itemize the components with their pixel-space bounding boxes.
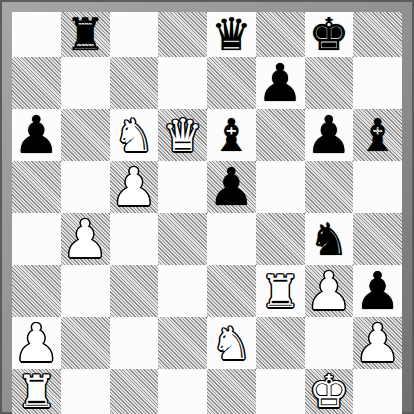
square-e3[interactable] [207, 265, 256, 317]
square-a2[interactable]: ♟ [12, 317, 61, 369]
black-bishop-h6: ♝ [357, 113, 397, 158]
square-b2[interactable] [61, 317, 110, 369]
black-king-g8: ♚ [309, 12, 349, 57]
black-pawn-e5: ♟ [208, 161, 255, 213]
square-h8[interactable] [353, 12, 402, 57]
white-pawn-b4: ♟ [62, 213, 109, 265]
square-a7[interactable] [12, 57, 61, 109]
black-pawn-f7: ♟ [257, 57, 304, 109]
black-bishop-e6: ♝ [211, 113, 251, 158]
white-pawn-c5: ♟ [111, 161, 158, 213]
square-f3[interactable]: ♜ [256, 265, 305, 317]
chess-board: ♜♛♚♟♟♞♛♝♟♝♟♟♟♞♜♟♟♟♞♟♜♚ [12, 12, 402, 402]
square-b4[interactable]: ♟ [61, 213, 110, 265]
square-e8[interactable]: ♛ [207, 12, 256, 57]
square-b1[interactable] [61, 369, 110, 414]
square-d7[interactable] [158, 57, 207, 109]
square-e2[interactable]: ♞ [207, 317, 256, 369]
square-b6[interactable] [61, 109, 110, 161]
square-g3[interactable]: ♟ [305, 265, 354, 317]
square-e6[interactable]: ♝ [207, 109, 256, 161]
white-pawn-h2: ♟ [354, 317, 401, 369]
square-c2[interactable] [110, 317, 159, 369]
square-g5[interactable] [305, 161, 354, 213]
white-knight-c6: ♞ [114, 113, 154, 158]
square-c4[interactable] [110, 213, 159, 265]
square-f1[interactable] [256, 369, 305, 414]
square-h3[interactable]: ♟ [353, 265, 402, 317]
square-f5[interactable] [256, 161, 305, 213]
square-a5[interactable] [12, 161, 61, 213]
square-a8[interactable] [12, 12, 61, 57]
square-a6[interactable]: ♟ [12, 109, 61, 161]
white-queen-d6: ♛ [162, 113, 202, 158]
white-rook-f3: ♜ [260, 269, 300, 314]
square-f2[interactable] [256, 317, 305, 369]
square-g7[interactable] [305, 57, 354, 109]
white-pawn-g3: ♟ [306, 265, 353, 317]
square-h5[interactable] [353, 161, 402, 213]
square-e5[interactable]: ♟ [207, 161, 256, 213]
square-b5[interactable] [61, 161, 110, 213]
black-knight-g4: ♞ [309, 217, 349, 262]
square-d6[interactable]: ♛ [158, 109, 207, 161]
square-f7[interactable]: ♟ [256, 57, 305, 109]
square-d8[interactable] [158, 12, 207, 57]
square-e7[interactable] [207, 57, 256, 109]
square-g1[interactable]: ♚ [305, 369, 354, 414]
square-e4[interactable] [207, 213, 256, 265]
square-c5[interactable]: ♟ [110, 161, 159, 213]
black-pawn-h3: ♟ [354, 265, 401, 317]
square-c6[interactable]: ♞ [110, 109, 159, 161]
square-a4[interactable] [12, 213, 61, 265]
black-rook-b8: ♜ [65, 12, 105, 57]
square-h6[interactable]: ♝ [353, 109, 402, 161]
square-g6[interactable]: ♟ [305, 109, 354, 161]
square-a1[interactable]: ♜ [12, 369, 61, 414]
square-c7[interactable] [110, 57, 159, 109]
square-a3[interactable] [12, 265, 61, 317]
square-b7[interactable] [61, 57, 110, 109]
square-g4[interactable]: ♞ [305, 213, 354, 265]
square-g8[interactable]: ♚ [305, 12, 354, 57]
black-queen-e8: ♛ [211, 12, 251, 57]
white-rook-a1: ♜ [16, 369, 56, 414]
square-d2[interactable] [158, 317, 207, 369]
square-b8[interactable]: ♜ [61, 12, 110, 57]
square-d4[interactable] [158, 213, 207, 265]
white-king-g1: ♚ [309, 369, 349, 414]
white-pawn-a2: ♟ [13, 317, 60, 369]
square-g2[interactable] [305, 317, 354, 369]
square-h1[interactable] [353, 369, 402, 414]
square-b3[interactable] [61, 265, 110, 317]
square-d5[interactable] [158, 161, 207, 213]
square-d3[interactable] [158, 265, 207, 317]
square-c3[interactable] [110, 265, 159, 317]
square-d1[interactable] [158, 369, 207, 414]
square-f6[interactable] [256, 109, 305, 161]
black-pawn-g6: ♟ [306, 109, 353, 161]
square-c1[interactable] [110, 369, 159, 414]
chess-board-frame: ♜♛♚♟♟♞♛♝♟♝♟♟♟♞♜♟♟♟♞♟♜♚ [0, 0, 414, 414]
square-h4[interactable] [353, 213, 402, 265]
square-h2[interactable]: ♟ [353, 317, 402, 369]
square-h7[interactable] [353, 57, 402, 109]
square-e1[interactable] [207, 369, 256, 414]
square-c8[interactable] [110, 12, 159, 57]
black-pawn-a6: ♟ [13, 109, 60, 161]
square-f8[interactable] [256, 12, 305, 57]
square-f4[interactable] [256, 213, 305, 265]
white-knight-e2: ♞ [211, 321, 251, 366]
